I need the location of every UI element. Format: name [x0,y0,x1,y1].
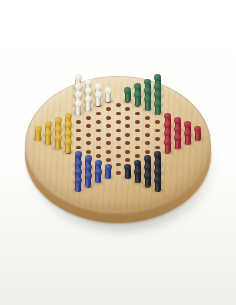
peg-cap [154,83,161,90]
hole [116,103,121,107]
hole [116,171,121,175]
hole [125,141,130,145]
hole [106,141,111,145]
hole [96,112,101,116]
peg-cap [154,151,161,158]
hole [116,120,121,124]
peg-cap [65,113,72,120]
peg-cap [174,117,181,124]
peg-cap [85,155,92,162]
peg-green [134,91,142,106]
peg-red [194,126,202,141]
peg-black [154,177,162,192]
peg-cap [154,100,161,107]
hole [145,116,150,120]
peg-cap [55,117,62,124]
hole [125,124,130,128]
hole [145,141,150,145]
peg-cap [95,91,102,98]
peg-yellow [64,138,72,153]
hole [135,112,140,116]
hole [145,150,150,154]
hole [96,120,101,124]
peg-cap [75,177,82,184]
hole [125,133,130,137]
peg-red [164,138,172,153]
peg-red [174,134,182,149]
hole [116,129,121,133]
peg-green [144,96,152,111]
hole [96,129,101,133]
peg-white [94,91,102,106]
hole [125,158,130,162]
hole [116,163,121,167]
peg-cap [85,87,92,94]
peg-cap [45,130,52,137]
peg-blue [94,168,102,183]
hole [145,124,150,128]
hole [116,154,121,158]
peg-cap [184,121,191,128]
hole [106,124,111,128]
hole [96,154,101,158]
peg-cap [35,126,42,133]
hole [76,146,81,150]
hole [96,146,101,150]
peg-cap [85,172,92,179]
peg-cap [134,83,141,90]
peg-green [124,87,132,102]
peg-cap [95,83,102,90]
peg-cap [65,130,72,137]
hole [76,137,81,141]
peg-cap [75,100,82,107]
hole [76,120,81,124]
hole [116,146,121,150]
peg-cap [75,91,82,98]
peg-cap [45,121,52,128]
peg-cap [85,96,92,103]
peg-cap [65,121,72,128]
hole [135,120,140,124]
peg-cap [85,164,92,171]
hole [86,133,91,137]
peg-cap [75,160,82,167]
peg-yellow [34,126,42,141]
hole [106,107,111,111]
hole [106,150,111,154]
hole [106,116,111,120]
hole [155,137,160,141]
chinese-checkers-product-photo [0,0,236,305]
hole [125,150,130,154]
peg-blue [84,172,92,187]
peg-yellow [54,134,62,149]
peg-white [84,96,92,111]
hole [125,107,130,111]
peg-cap [55,126,62,133]
hole [116,112,121,116]
hole [86,141,91,145]
peg-cap [154,168,161,175]
peg-black [134,168,142,183]
peg-black [124,164,132,179]
hole [155,120,160,124]
peg-yellow [44,130,52,145]
peg-cap [95,168,102,175]
peg-black [144,172,152,187]
peg-cap [55,134,62,141]
hole [86,150,91,154]
peg-white [74,100,82,115]
hole [86,116,91,120]
hole [135,154,140,158]
peg-cap [75,83,82,90]
holes-and-pegs-layer [0,0,236,305]
peg-cap [65,138,72,145]
peg-cap [75,168,82,175]
peg-cap [75,74,82,81]
peg-cap [85,79,92,86]
hole [106,158,111,162]
hole [116,137,121,141]
hole [86,124,91,128]
peg-cap [105,164,112,171]
hole [96,137,101,141]
peg-blue [74,177,82,192]
hole [135,137,140,141]
peg-white [104,87,112,102]
hole [135,146,140,150]
peg-cap [105,87,112,94]
peg-red [184,130,192,145]
peg-cap [75,151,82,158]
hole [125,116,130,120]
peg-blue [104,164,112,179]
peg-cap [174,134,181,141]
hole [76,129,81,133]
peg-cap [95,160,102,167]
peg-green [154,100,162,115]
hole [155,146,160,150]
hole [135,129,140,133]
hole [155,129,160,133]
hole [145,133,150,137]
hole [106,133,111,137]
